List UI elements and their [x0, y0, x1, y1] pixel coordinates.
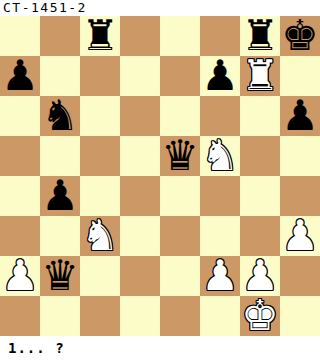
square-g4[interactable] [240, 176, 280, 216]
white-knight-icon: ♞ [81, 215, 119, 257]
black-queen-icon: ♛ [41, 255, 79, 297]
square-f2[interactable]: ♟ [200, 256, 240, 296]
black-pawn-icon: ♟ [1, 55, 39, 97]
square-h7[interactable] [280, 56, 320, 96]
square-g6[interactable] [240, 96, 280, 136]
square-d5[interactable] [120, 136, 160, 176]
square-g5[interactable] [240, 136, 280, 176]
square-h3[interactable]: ♟ [280, 216, 320, 256]
square-a8[interactable] [0, 16, 40, 56]
square-a1[interactable] [0, 296, 40, 336]
square-a4[interactable] [0, 176, 40, 216]
square-c3[interactable]: ♞ [80, 216, 120, 256]
square-e3[interactable] [160, 216, 200, 256]
square-a2[interactable]: ♟ [0, 256, 40, 296]
square-a3[interactable] [0, 216, 40, 256]
square-d2[interactable] [120, 256, 160, 296]
black-king-icon: ♚ [281, 15, 319, 57]
black-pawn-icon: ♟ [201, 55, 239, 97]
square-f3[interactable] [200, 216, 240, 256]
square-f4[interactable] [200, 176, 240, 216]
square-d1[interactable] [120, 296, 160, 336]
square-d6[interactable] [120, 96, 160, 136]
square-f8[interactable] [200, 16, 240, 56]
square-c6[interactable] [80, 96, 120, 136]
black-pawn-icon: ♟ [281, 95, 319, 137]
square-g2[interactable]: ♟ [240, 256, 280, 296]
square-c4[interactable] [80, 176, 120, 216]
square-f1[interactable] [200, 296, 240, 336]
square-e6[interactable] [160, 96, 200, 136]
square-d3[interactable] [120, 216, 160, 256]
white-pawn-icon: ♟ [281, 215, 319, 257]
square-e2[interactable] [160, 256, 200, 296]
square-e4[interactable] [160, 176, 200, 216]
square-b7[interactable] [40, 56, 80, 96]
square-g8[interactable]: ♜ [240, 16, 280, 56]
square-c8[interactable]: ♜ [80, 16, 120, 56]
chess-board: ♜♜♚♟♟♜♞♟♛♞♟♞♟♟♛♟♟♚ [0, 16, 320, 336]
black-knight-icon: ♞ [41, 95, 79, 137]
square-f5[interactable]: ♞ [200, 136, 240, 176]
square-h5[interactable] [280, 136, 320, 176]
square-b6[interactable]: ♞ [40, 96, 80, 136]
square-c5[interactable] [80, 136, 120, 176]
square-a6[interactable] [0, 96, 40, 136]
square-h2[interactable] [280, 256, 320, 296]
white-king-icon: ♚ [241, 295, 279, 337]
square-c1[interactable] [80, 296, 120, 336]
square-f7[interactable]: ♟ [200, 56, 240, 96]
square-b1[interactable] [40, 296, 80, 336]
square-a7[interactable]: ♟ [0, 56, 40, 96]
square-c7[interactable] [80, 56, 120, 96]
black-queen-icon: ♛ [161, 135, 199, 177]
square-g1[interactable]: ♚ [240, 296, 280, 336]
square-e1[interactable] [160, 296, 200, 336]
square-e7[interactable] [160, 56, 200, 96]
square-h1[interactable] [280, 296, 320, 336]
white-pawn-icon: ♟ [1, 255, 39, 297]
white-knight-icon: ♞ [201, 135, 239, 177]
square-g3[interactable] [240, 216, 280, 256]
square-b2[interactable]: ♛ [40, 256, 80, 296]
square-b4[interactable]: ♟ [40, 176, 80, 216]
square-b3[interactable] [40, 216, 80, 256]
square-d8[interactable] [120, 16, 160, 56]
square-e8[interactable] [160, 16, 200, 56]
square-g7[interactable]: ♜ [240, 56, 280, 96]
black-rook-icon: ♜ [81, 15, 119, 57]
white-pawn-icon: ♟ [201, 255, 239, 297]
square-d7[interactable] [120, 56, 160, 96]
square-b8[interactable] [40, 16, 80, 56]
square-c2[interactable] [80, 256, 120, 296]
white-rook-icon: ♜ [241, 55, 279, 97]
square-b5[interactable] [40, 136, 80, 176]
square-d4[interactable] [120, 176, 160, 216]
square-a5[interactable] [0, 136, 40, 176]
square-h6[interactable]: ♟ [280, 96, 320, 136]
square-h8[interactable]: ♚ [280, 16, 320, 56]
square-e5[interactable]: ♛ [160, 136, 200, 176]
square-h4[interactable] [280, 176, 320, 216]
square-f6[interactable] [200, 96, 240, 136]
black-pawn-icon: ♟ [41, 175, 79, 217]
